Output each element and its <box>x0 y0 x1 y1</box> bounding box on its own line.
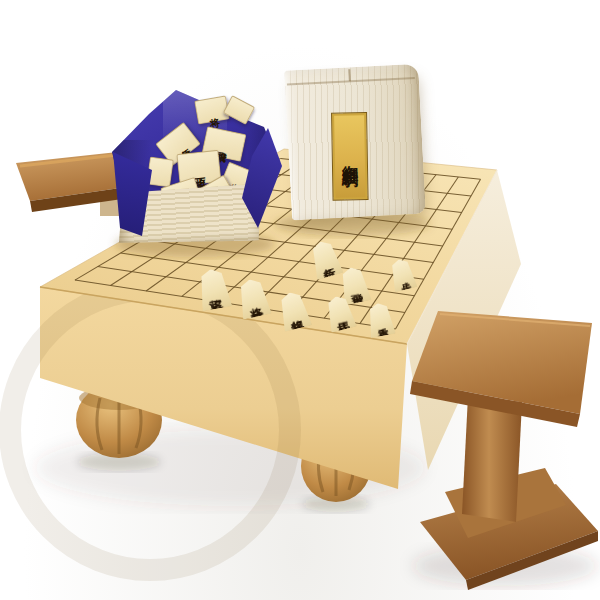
box-piece-kanji: 歩 <box>234 175 242 178</box>
lid-notch <box>348 69 351 81</box>
box-piece-kanji: 王将 <box>193 167 205 168</box>
right-piece-stand <box>410 311 598 590</box>
piece-kanji: 銀将 <box>288 308 301 311</box>
piece-kanji: 角行 <box>319 257 331 260</box>
lid-label-text: 御将棋駒 <box>342 152 358 160</box>
piece-kanji: 香車 <box>375 318 386 320</box>
piece-box-lid: 御将棋駒 <box>284 64 426 221</box>
box-piece-kanji: 角行 <box>174 141 182 147</box>
lid-label: 御将棋駒 <box>331 112 369 201</box>
box-piece-kanji: 飛車 <box>219 143 229 145</box>
piece-kanji: 飛車 <box>348 284 360 286</box>
right-stand-column <box>462 396 522 522</box>
scene: 将角行飛車王将歩銀金 御将棋駒 玉将金将銀将角行飛車桂馬香車歩兵 <box>0 0 600 600</box>
piece-kanji: 玉将 <box>207 288 221 290</box>
piece-kanji: 金将 <box>247 297 260 300</box>
box-piece-kanji: 将 <box>207 109 217 111</box>
piece-kanji: 桂馬 <box>334 312 346 315</box>
piece-kanji: 歩兵 <box>397 273 407 275</box>
